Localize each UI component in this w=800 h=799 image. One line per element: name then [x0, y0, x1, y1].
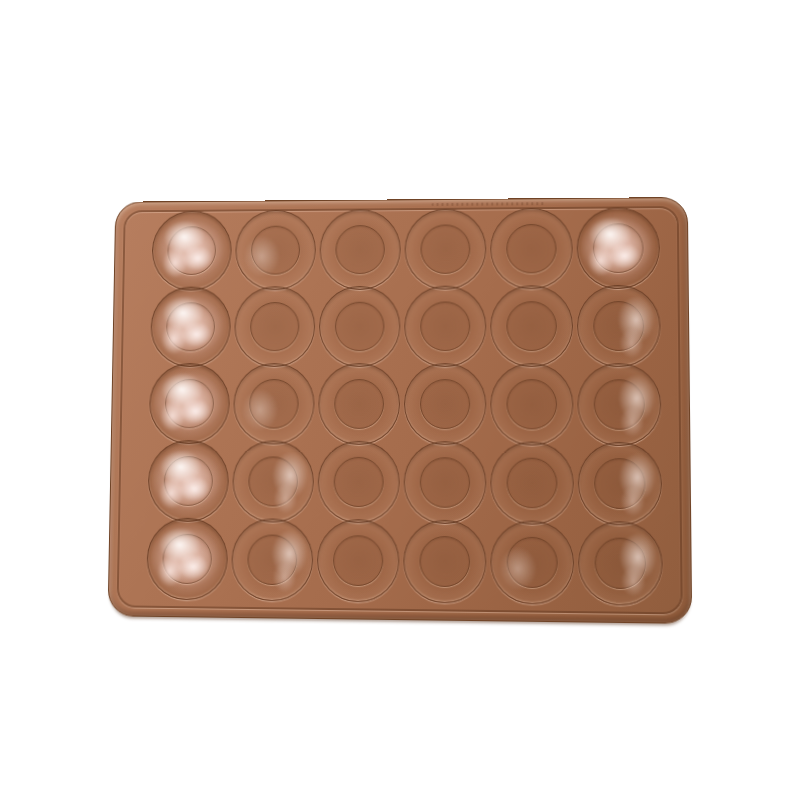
mold-cavity-r2c4 [404, 286, 486, 368]
mold-cavity-r5c5 [490, 520, 574, 605]
gloss-reflection [579, 209, 659, 287]
gloss-reflection [152, 288, 229, 365]
silicone-baking-mat [108, 197, 693, 624]
mold-cavity-r4c6 [578, 442, 663, 526]
mold-cavity-r3c5 [490, 363, 573, 446]
gloss-reflection [580, 523, 661, 604]
mold-cavity-r3c4 [404, 363, 486, 445]
gloss-reflection [319, 521, 398, 601]
gloss-reflection [153, 212, 230, 288]
mold-cavity-r3c3 [318, 363, 400, 445]
gloss-reflection [151, 365, 228, 442]
gloss-reflection [492, 365, 571, 444]
gloss-reflection [405, 522, 484, 602]
gloss-reflection [492, 443, 571, 523]
mold-cavity-r1c5 [490, 208, 573, 290]
mold-cavity-r2c2 [234, 286, 315, 367]
mold-cavity-r5c4 [403, 520, 486, 604]
gloss-reflection [321, 288, 399, 365]
mold-cavity-r1c6 [577, 207, 661, 289]
mold-cavity-r1c2 [235, 210, 316, 291]
gloss-reflection [320, 365, 398, 443]
gloss-reflection [234, 442, 312, 520]
gloss-reflection [406, 210, 484, 287]
mold-cavity-r4c2 [232, 440, 314, 523]
gloss-reflection [233, 520, 311, 599]
mold-cavity-r1c1 [151, 210, 232, 290]
mold-cavity-r4c3 [317, 441, 399, 524]
mold-cavity-r3c1 [149, 363, 230, 444]
mold-grid [109, 198, 692, 623]
mold-cavity-r4c1 [147, 440, 229, 522]
mold-cavity-r1c3 [319, 209, 400, 290]
gloss-reflection [492, 210, 571, 288]
mold-cavity-r5c1 [146, 518, 228, 601]
gloss-reflection [580, 444, 661, 524]
mold-cavity-r4c4 [404, 441, 487, 524]
mold-cavity-r3c6 [577, 363, 661, 446]
gloss-reflection [492, 522, 572, 602]
gloss-reflection [237, 212, 314, 289]
gloss-reflection [236, 288, 313, 365]
mold-cavity-r4c5 [490, 441, 574, 525]
gloss-reflection [148, 520, 226, 599]
mold-cavity-r5c3 [317, 519, 400, 603]
gloss-reflection [406, 365, 484, 443]
mold-cavity-r2c1 [150, 287, 231, 368]
gloss-reflection [149, 442, 227, 520]
gloss-reflection [579, 287, 659, 365]
gloss-reflection [406, 288, 484, 366]
mold-cavity-r2c6 [577, 285, 661, 367]
mold-cavity-r5c2 [231, 518, 313, 601]
gloss-reflection [406, 443, 485, 522]
gloss-reflection [321, 211, 398, 288]
mold-cavity-r3c2 [233, 363, 315, 445]
mold-cavity-r2c3 [319, 286, 401, 367]
product-photo [0, 0, 800, 799]
mold-cavity-r1c4 [404, 209, 486, 290]
mold-cavity-r2c5 [490, 285, 573, 367]
gloss-reflection [579, 365, 659, 444]
gloss-reflection [492, 287, 571, 365]
gloss-reflection [235, 365, 313, 443]
mold-cavity-r5c6 [578, 521, 663, 606]
gloss-reflection [319, 443, 397, 522]
